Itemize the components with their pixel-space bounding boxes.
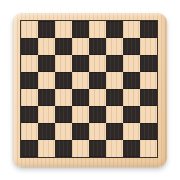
square-a7[interactable]	[21, 38, 38, 55]
square-e2[interactable]	[89, 123, 106, 140]
square-a2[interactable]	[21, 123, 38, 140]
square-b7[interactable]	[38, 38, 55, 55]
square-f2[interactable]	[106, 123, 123, 140]
square-c1[interactable]	[55, 140, 72, 157]
square-e8[interactable]	[89, 21, 106, 38]
square-f8[interactable]	[106, 21, 123, 38]
square-a4[interactable]	[21, 89, 38, 106]
square-h2[interactable]	[140, 123, 157, 140]
square-g1[interactable]	[123, 140, 140, 157]
product-photo-background	[0, 0, 180, 180]
square-h3[interactable]	[140, 106, 157, 123]
square-d5[interactable]	[72, 72, 89, 89]
square-c7[interactable]	[55, 38, 72, 55]
square-b4[interactable]	[38, 89, 55, 106]
square-a5[interactable]	[21, 72, 38, 89]
square-f4[interactable]	[106, 89, 123, 106]
square-d4[interactable]	[72, 89, 89, 106]
square-c3[interactable]	[55, 106, 72, 123]
square-a6[interactable]	[21, 55, 38, 72]
square-h7[interactable]	[140, 38, 157, 55]
square-d7[interactable]	[72, 38, 89, 55]
square-c2[interactable]	[55, 123, 72, 140]
square-e4[interactable]	[89, 89, 106, 106]
square-c8[interactable]	[55, 21, 72, 38]
square-f3[interactable]	[106, 106, 123, 123]
square-g4[interactable]	[123, 89, 140, 106]
square-d2[interactable]	[72, 123, 89, 140]
square-f1[interactable]	[106, 140, 123, 157]
square-f7[interactable]	[106, 38, 123, 55]
square-d6[interactable]	[72, 55, 89, 72]
square-g2[interactable]	[123, 123, 140, 140]
playing-area-grid	[20, 20, 158, 158]
square-a3[interactable]	[21, 106, 38, 123]
square-g8[interactable]	[123, 21, 140, 38]
square-h4[interactable]	[140, 89, 157, 106]
square-h5[interactable]	[140, 72, 157, 89]
square-e5[interactable]	[89, 72, 106, 89]
square-b2[interactable]	[38, 123, 55, 140]
square-c4[interactable]	[55, 89, 72, 106]
square-f6[interactable]	[106, 55, 123, 72]
square-e3[interactable]	[89, 106, 106, 123]
square-e7[interactable]	[89, 38, 106, 55]
square-a1[interactable]	[21, 140, 38, 157]
square-h1[interactable]	[140, 140, 157, 157]
square-g3[interactable]	[123, 106, 140, 123]
square-b5[interactable]	[38, 72, 55, 89]
square-h8[interactable]	[140, 21, 157, 38]
square-f5[interactable]	[106, 72, 123, 89]
checkerboard	[13, 13, 167, 167]
square-d3[interactable]	[72, 106, 89, 123]
square-e6[interactable]	[89, 55, 106, 72]
square-e1[interactable]	[89, 140, 106, 157]
square-b8[interactable]	[38, 21, 55, 38]
square-a8[interactable]	[21, 21, 38, 38]
square-c6[interactable]	[55, 55, 72, 72]
square-g7[interactable]	[123, 38, 140, 55]
square-g5[interactable]	[123, 72, 140, 89]
square-d1[interactable]	[72, 140, 89, 157]
square-b1[interactable]	[38, 140, 55, 157]
square-g6[interactable]	[123, 55, 140, 72]
square-h6[interactable]	[140, 55, 157, 72]
square-b3[interactable]	[38, 106, 55, 123]
square-c5[interactable]	[55, 72, 72, 89]
square-b6[interactable]	[38, 55, 55, 72]
square-d8[interactable]	[72, 21, 89, 38]
